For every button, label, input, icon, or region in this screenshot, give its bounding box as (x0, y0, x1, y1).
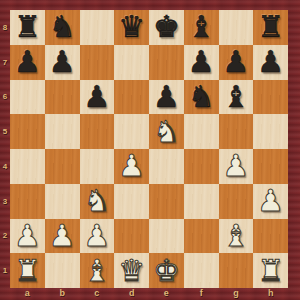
file-label-h: h (253, 288, 288, 300)
square-d2[interactable] (114, 219, 149, 254)
square-h5[interactable] (253, 114, 288, 149)
square-e1[interactable]: ♚ (149, 253, 184, 288)
square-d8[interactable]: ♛ (114, 10, 149, 45)
piece-black-queen-d8[interactable]: ♛ (118, 10, 145, 44)
square-g8[interactable] (219, 10, 254, 45)
square-h7[interactable]: ♟ (253, 45, 288, 80)
square-a5[interactable] (10, 114, 45, 149)
piece-black-knight-f6[interactable]: ♞ (188, 80, 215, 114)
piece-black-bishop-g6[interactable]: ♝ (222, 80, 249, 114)
piece-white-bishop-g2[interactable]: ♝ (222, 219, 249, 253)
file-label-a: a (10, 288, 45, 300)
square-a4[interactable] (10, 149, 45, 184)
rank-labels: 87654321 (0, 10, 10, 288)
square-a3[interactable] (10, 184, 45, 219)
file-label-f: f (184, 288, 219, 300)
file-label-g: g (219, 288, 254, 300)
square-g7[interactable]: ♟ (219, 45, 254, 80)
square-f3[interactable] (184, 184, 219, 219)
piece-white-pawn-c2[interactable]: ♟ (83, 219, 110, 253)
square-f7[interactable]: ♟ (184, 45, 219, 80)
piece-white-pawn-a2[interactable]: ♟ (14, 219, 41, 253)
square-d3[interactable] (114, 184, 149, 219)
square-h3[interactable]: ♟ (253, 184, 288, 219)
file-label-e: e (149, 288, 184, 300)
square-g5[interactable] (219, 114, 254, 149)
piece-black-pawn-c6[interactable]: ♟ (83, 80, 110, 114)
square-b8[interactable]: ♞ (45, 10, 80, 45)
square-b2[interactable]: ♟ (45, 219, 80, 254)
square-d6[interactable] (114, 80, 149, 115)
rank-label-5: 5 (0, 114, 10, 149)
square-c2[interactable]: ♟ (80, 219, 115, 254)
piece-white-rook-h1[interactable]: ♜ (257, 254, 284, 288)
file-label-c: c (80, 288, 115, 300)
piece-black-rook-h8[interactable]: ♜ (257, 10, 284, 44)
piece-black-bishop-f8[interactable]: ♝ (188, 10, 215, 44)
rank-label-6: 6 (0, 80, 10, 115)
square-g3[interactable] (219, 184, 254, 219)
piece-white-king-e1[interactable]: ♚ (153, 254, 180, 288)
square-f4[interactable] (184, 149, 219, 184)
rank-label-4: 4 (0, 149, 10, 184)
piece-white-knight-e5[interactable]: ♞ (153, 115, 180, 149)
square-c4[interactable] (80, 149, 115, 184)
square-e5[interactable]: ♞ (149, 114, 184, 149)
square-h4[interactable] (253, 149, 288, 184)
rank-label-8: 8 (0, 10, 10, 45)
square-f8[interactable]: ♝ (184, 10, 219, 45)
square-c8[interactable] (80, 10, 115, 45)
square-c5[interactable] (80, 114, 115, 149)
file-labels: abcdefgh (10, 288, 288, 300)
square-a7[interactable]: ♟ (10, 45, 45, 80)
rank-label-1: 1 (0, 253, 10, 288)
square-e4[interactable] (149, 149, 184, 184)
square-a2[interactable]: ♟ (10, 219, 45, 254)
square-e7[interactable] (149, 45, 184, 80)
square-b5[interactable] (45, 114, 80, 149)
rank-label-3: 3 (0, 184, 10, 219)
piece-black-pawn-f7[interactable]: ♟ (188, 45, 215, 79)
square-h6[interactable] (253, 80, 288, 115)
square-g1[interactable] (219, 253, 254, 288)
piece-white-knight-c3[interactable]: ♞ (83, 184, 110, 218)
square-b7[interactable]: ♟ (45, 45, 80, 80)
square-e8[interactable]: ♚ (149, 10, 184, 45)
square-g6[interactable]: ♝ (219, 80, 254, 115)
piece-black-pawn-h7[interactable]: ♟ (257, 45, 284, 79)
file-label-b: b (45, 288, 80, 300)
piece-black-knight-b8[interactable]: ♞ (49, 10, 76, 44)
square-d7[interactable] (114, 45, 149, 80)
square-c6[interactable]: ♟ (80, 80, 115, 115)
piece-white-pawn-g4[interactable]: ♟ (222, 149, 249, 183)
square-b6[interactable] (45, 80, 80, 115)
piece-white-queen-d1[interactable]: ♛ (118, 254, 145, 288)
square-e2[interactable] (149, 219, 184, 254)
piece-black-pawn-e6[interactable]: ♟ (153, 80, 180, 114)
square-e3[interactable] (149, 184, 184, 219)
piece-white-pawn-h3[interactable]: ♟ (257, 184, 284, 218)
board-frame: 87654321 ♜♞♛♚♝♜♟♟♟♟♟♟♟♞♝♞♟♟♞♟♟♟♟♝♜♝♛♚♜ a… (0, 0, 300, 300)
piece-black-pawn-a7[interactable]: ♟ (14, 45, 41, 79)
square-c7[interactable] (80, 45, 115, 80)
square-h2[interactable] (253, 219, 288, 254)
square-d1[interactable]: ♛ (114, 253, 149, 288)
square-d5[interactable] (114, 114, 149, 149)
square-a8[interactable]: ♜ (10, 10, 45, 45)
square-f5[interactable] (184, 114, 219, 149)
square-b1[interactable] (45, 253, 80, 288)
piece-black-pawn-b7[interactable]: ♟ (49, 45, 76, 79)
piece-black-king-e8[interactable]: ♚ (153, 10, 180, 44)
square-a6[interactable] (10, 80, 45, 115)
square-h8[interactable]: ♜ (253, 10, 288, 45)
piece-white-bishop-c1[interactable]: ♝ (83, 254, 110, 288)
square-g2[interactable]: ♝ (219, 219, 254, 254)
rank-label-2: 2 (0, 219, 10, 254)
square-e6[interactable]: ♟ (149, 80, 184, 115)
square-a1[interactable]: ♜ (10, 253, 45, 288)
square-h1[interactable]: ♜ (253, 253, 288, 288)
square-b3[interactable] (45, 184, 80, 219)
square-d4[interactable]: ♟ (114, 149, 149, 184)
square-c1[interactable]: ♝ (80, 253, 115, 288)
piece-black-pawn-g7[interactable]: ♟ (222, 45, 249, 79)
square-f6[interactable]: ♞ (184, 80, 219, 115)
square-f1[interactable] (184, 253, 219, 288)
piece-white-rook-a1[interactable]: ♜ (14, 254, 41, 288)
piece-white-pawn-b2[interactable]: ♟ (49, 219, 76, 253)
square-b4[interactable] (45, 149, 80, 184)
square-g4[interactable]: ♟ (219, 149, 254, 184)
piece-black-rook-a8[interactable]: ♜ (14, 10, 41, 44)
chess-board: ♜♞♛♚♝♜♟♟♟♟♟♟♟♞♝♞♟♟♞♟♟♟♟♝♜♝♛♚♜ (10, 10, 288, 288)
file-label-d: d (114, 288, 149, 300)
piece-white-pawn-d4[interactable]: ♟ (118, 149, 145, 183)
rank-label-7: 7 (0, 45, 10, 80)
square-f2[interactable] (184, 219, 219, 254)
square-c3[interactable]: ♞ (80, 184, 115, 219)
